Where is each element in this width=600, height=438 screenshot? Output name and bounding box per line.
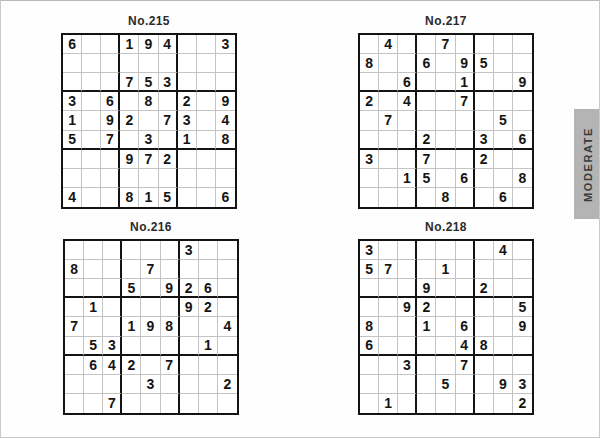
cell-r8c5 [139,169,158,188]
cell-r7c4: 7 [417,150,436,169]
cell-r7c8 [494,150,513,169]
cell-r5c7 [475,111,494,130]
cell-r6c4 [417,337,436,356]
cell-r4c1: 2 [360,92,379,111]
cell-r3c8 [494,73,513,92]
cell-r4c7: 2 [178,92,197,111]
puzzle-title-218: No.218 [358,220,534,234]
cell-r4c7 [475,92,494,111]
cell-r5c4: 1 [122,317,141,336]
cell-r3c2 [82,73,101,92]
cell-r7c3: 4 [103,356,122,375]
cell-r4c6 [159,92,178,111]
cell-r6c4: 2 [417,131,436,150]
cell-r3c5 [436,73,455,92]
cell-r6c4 [120,131,139,150]
cell-r3c8 [197,73,216,92]
cell-r4c2 [82,92,101,111]
cell-r8c2 [84,375,103,394]
cell-r1c1 [65,241,84,260]
cell-r9c4 [122,394,141,413]
cell-r5c6: 6 [456,317,475,336]
cell-r6c5 [141,337,160,356]
cell-r2c1: 5 [360,260,379,279]
cell-r9c8: 6 [494,188,513,207]
cell-r8c7 [180,375,199,394]
cell-r4c3 [103,298,122,317]
cell-r5c4: 1 [417,317,436,336]
cell-r2c8 [494,54,513,73]
cell-r3c1 [360,73,379,92]
cell-r9c7 [180,394,199,413]
cell-r6c6 [159,131,178,150]
cell-r4c9 [513,92,532,111]
cell-r6c7: 3 [475,131,494,150]
cell-r7c5: 7 [139,150,158,169]
cell-r1c9 [513,35,532,54]
cell-r4c8 [494,298,513,317]
cell-r7c5 [141,356,160,375]
cell-r5c2 [82,111,101,130]
sudoku-grid-217: 47869561924775236372156886 [358,33,534,209]
cell-r6c2: 5 [84,337,103,356]
cell-r7c3 [398,150,417,169]
cell-r6c9 [218,337,237,356]
cell-r9c9 [513,188,532,207]
cell-r7c9 [218,356,237,375]
cell-r9c1 [360,394,379,413]
sudoku-grid-218: 345719292581696483759312 [358,239,534,415]
cell-r5c5 [436,111,455,130]
cell-r9c9: 2 [513,394,532,413]
cell-r5c2 [84,317,103,336]
cell-r3c8 [494,279,513,298]
cell-r9c5: 1 [139,188,158,207]
cell-r1c2: 4 [379,35,398,54]
cell-r4c3: 6 [101,92,120,111]
cell-r2c6: 9 [456,54,475,73]
cell-r7c9 [513,356,532,375]
puzzle-title-217: No.217 [358,14,534,28]
cell-r9c3 [101,188,120,207]
cell-r2c7 [180,260,199,279]
cell-r7c2: 6 [84,356,103,375]
puzzle-title-216: No.216 [63,220,239,234]
cell-r5c9: 9 [513,317,532,336]
cell-r3c8: 6 [199,279,218,298]
cell-r3c6: 3 [159,73,178,92]
cell-r9c5 [436,394,455,413]
cell-r5c1: 1 [63,111,82,130]
cell-r7c7 [180,356,199,375]
cell-r5c6 [456,111,475,130]
cell-r9c9: 6 [216,188,235,207]
cell-r8c9 [216,169,235,188]
cell-r7c2 [82,150,101,169]
cell-r3c2 [84,279,103,298]
cell-r6c1 [65,337,84,356]
cell-r5c2: 7 [379,111,398,130]
cell-r9c1 [360,188,379,207]
cell-r8c8 [197,169,216,188]
cell-r1c6 [456,35,475,54]
cell-r2c8 [197,54,216,73]
cell-r7c9 [513,150,532,169]
cell-r7c4 [417,356,436,375]
cell-r4c9: 5 [513,298,532,317]
cell-r8c4 [122,375,141,394]
cell-r1c9: 3 [216,35,235,54]
cell-r9c4: 8 [120,188,139,207]
cell-r7c1 [65,356,84,375]
cell-r8c4 [120,169,139,188]
cell-r9c1 [65,394,84,413]
cell-r5c5 [436,317,455,336]
cell-r8c5: 3 [141,375,160,394]
cell-r2c6 [159,54,178,73]
cell-r7c5 [436,150,455,169]
cell-r8c8: 9 [494,375,513,394]
cell-r5c8 [197,111,216,130]
cell-r8c4 [417,375,436,394]
cell-r7c8 [197,150,216,169]
cell-r4c9 [218,298,237,317]
cell-r8c6 [159,169,178,188]
sudoku-page: No.215 61943753368291927345731897248156 … [0,0,600,438]
cell-r7c9 [216,150,235,169]
cell-r8c2 [379,169,398,188]
cell-r3c9 [513,279,532,298]
cell-r8c7 [475,375,494,394]
cell-r1c4 [122,241,141,260]
cell-r7c8 [494,356,513,375]
cell-r2c1 [63,54,82,73]
cell-r1c5: 9 [139,35,158,54]
cell-r4c5 [436,298,455,317]
cell-r2c8 [494,260,513,279]
cell-r1c3 [398,241,417,260]
cell-r8c5: 5 [436,375,455,394]
cell-r2c9 [218,260,237,279]
cell-r1c7 [178,35,197,54]
cell-r8c2 [379,375,398,394]
cell-r7c4: 9 [120,150,139,169]
cell-r3c5 [141,279,160,298]
cell-r1c9 [513,241,532,260]
cell-r2c3 [398,54,417,73]
cell-r3c1 [63,73,82,92]
cell-r5c3 [398,317,417,336]
cell-r1c6 [161,241,180,260]
cell-r7c5 [436,356,455,375]
cell-r1c4: 1 [120,35,139,54]
cell-r2c8 [199,260,218,279]
cell-r2c9 [513,54,532,73]
cell-r4c6 [456,298,475,317]
cell-r9c2 [82,188,101,207]
cell-r8c8 [199,375,218,394]
cell-r4c8: 2 [199,298,218,317]
cell-r8c3 [103,375,122,394]
cell-r2c5 [139,54,158,73]
difficulty-tab: MODERATE [574,109,600,219]
cell-r3c2 [379,73,398,92]
cell-r6c6: 4 [456,337,475,356]
cell-r6c7 [180,337,199,356]
cell-r3c1 [360,279,379,298]
cell-r4c8 [494,92,513,111]
cell-r3c6: 1 [456,73,475,92]
cell-r6c7: 8 [475,337,494,356]
cell-r6c1 [360,131,379,150]
cell-r5c9 [513,111,532,130]
puzzle-block-216: No.216 3875926192719845316427327 [63,220,239,415]
cell-r4c6 [161,298,180,317]
cell-r2c6 [456,260,475,279]
cell-r7c2 [379,356,398,375]
cell-r4c4: 2 [417,298,436,317]
cell-r4c1: 3 [63,92,82,111]
cell-r5c8 [494,317,513,336]
cell-r6c3: 7 [101,131,120,150]
cell-r3c4 [417,73,436,92]
cell-r8c4: 5 [417,169,436,188]
cell-r5c5: 9 [141,317,160,336]
cell-r8c5 [436,169,455,188]
cell-r4c2 [379,298,398,317]
cell-r7c3: 3 [398,356,417,375]
cell-r1c4 [417,35,436,54]
cell-r2c1: 8 [65,260,84,279]
cell-r9c8 [197,188,216,207]
cell-r6c3 [398,131,417,150]
cell-r1c6 [456,241,475,260]
cell-r7c7 [178,150,197,169]
cell-r6c4 [122,337,141,356]
cell-r8c3: 1 [398,169,417,188]
cell-r6c2 [82,131,101,150]
cell-r2c1: 8 [360,54,379,73]
cell-r3c9: 9 [513,73,532,92]
puzzle-block-217: No.217 47869561924775236372156886 [358,14,534,209]
cell-r1c1: 6 [63,35,82,54]
cell-r8c1 [360,169,379,188]
cell-r4c3: 4 [398,92,417,111]
cell-r2c5: 1 [436,260,455,279]
cell-r1c8 [199,241,218,260]
cell-r4c2 [379,92,398,111]
cell-r5c2 [379,317,398,336]
cell-r4c7 [475,298,494,317]
cell-r1c8 [494,35,513,54]
cell-r5c6: 8 [161,317,180,336]
cell-r9c7 [475,188,494,207]
cell-r5c8: 5 [494,111,513,130]
cell-r5c7: 3 [178,111,197,130]
cell-r1c2 [82,35,101,54]
cell-r3c2 [379,279,398,298]
cell-r6c8: 1 [199,337,218,356]
cell-r8c1 [63,169,82,188]
cell-r9c6 [456,188,475,207]
cell-r8c6 [456,375,475,394]
cell-r6c1: 5 [63,131,82,150]
cell-r6c5 [436,131,455,150]
cell-r3c7: 2 [180,279,199,298]
cell-r2c3 [103,260,122,279]
cell-r7c4: 2 [122,356,141,375]
cell-r7c1: 3 [360,150,379,169]
cell-r1c5: 7 [436,35,455,54]
cell-r2c5 [436,54,455,73]
cell-r1c7: 3 [180,241,199,260]
cell-r5c7 [180,317,199,336]
cell-r9c6: 5 [159,188,178,207]
cell-r8c9: 8 [513,169,532,188]
cell-r1c7 [475,35,494,54]
cell-r7c6 [456,150,475,169]
cell-r1c8: 4 [494,241,513,260]
cell-r9c3 [398,188,417,207]
cell-r9c7 [475,394,494,413]
cell-r2c7 [178,54,197,73]
cell-r5c7 [475,317,494,336]
cell-r5c5 [139,111,158,130]
cell-r6c8 [197,131,216,150]
cell-r9c4 [417,188,436,207]
cell-r6c9: 6 [513,131,532,150]
cell-r9c1: 4 [63,188,82,207]
cell-r7c7: 2 [475,150,494,169]
cell-r4c5: 8 [139,92,158,111]
cell-r2c7: 5 [475,54,494,73]
cell-r5c4: 2 [120,111,139,130]
cell-r3c5: 5 [139,73,158,92]
cell-r8c9: 3 [513,375,532,394]
cell-r5c8 [199,317,218,336]
cell-r3c3 [398,279,417,298]
cell-r3c3: 6 [398,73,417,92]
cell-r7c6: 2 [159,150,178,169]
cell-r2c6 [161,260,180,279]
cell-r2c3 [398,260,417,279]
cell-r6c2 [379,131,398,150]
cell-r4c1 [65,298,84,317]
cell-r4c5 [436,92,455,111]
cell-r9c5: 8 [436,188,455,207]
cell-r3c6 [456,279,475,298]
sudoku-grid-215: 61943753368291927345731897248156 [61,33,237,209]
cell-r5c3 [103,317,122,336]
cell-r1c1 [360,35,379,54]
cell-r2c4 [417,260,436,279]
cell-r3c4: 9 [417,279,436,298]
cell-r6c9: 8 [216,131,235,150]
cell-r5c3 [398,111,417,130]
cell-r6c5 [436,337,455,356]
cell-r9c2 [379,188,398,207]
cell-r7c8 [199,356,218,375]
cell-r4c2: 1 [84,298,103,317]
cell-r9c5 [141,394,160,413]
cell-r2c2: 7 [379,260,398,279]
cell-r6c8 [494,131,513,150]
cell-r6c1: 6 [360,337,379,356]
cell-r9c2 [84,394,103,413]
cell-r1c9 [218,241,237,260]
cell-r8c9: 2 [218,375,237,394]
cell-r2c5: 7 [141,260,160,279]
cell-r6c9 [513,337,532,356]
cell-r3c4: 7 [120,73,139,92]
cell-r4c7: 9 [180,298,199,317]
cell-r6c5: 3 [139,131,158,150]
cell-r3c7 [475,73,494,92]
puzzle-title-215: No.215 [61,14,237,28]
cell-r6c3: 3 [103,337,122,356]
cell-r7c1 [63,150,82,169]
cell-r8c8 [494,169,513,188]
cell-r9c7 [178,188,197,207]
cell-r3c3 [101,73,120,92]
cell-r1c5 [141,241,160,260]
puzzle-block-215: No.215 61943753368291927345731897248156 [61,14,237,209]
cell-r1c6: 4 [159,35,178,54]
cell-r1c5 [436,241,455,260]
cell-r4c1 [360,298,379,317]
cell-r2c4 [120,54,139,73]
cell-r5c1 [360,111,379,130]
cell-r3c6: 9 [161,279,180,298]
cell-r4c3: 9 [398,298,417,317]
cell-r6c2 [379,337,398,356]
cell-r2c7 [475,260,494,279]
cell-r5c9: 4 [216,111,235,130]
cell-r4c4 [120,92,139,111]
cell-r9c4 [417,394,436,413]
cell-r7c6: 7 [161,356,180,375]
cell-r9c6 [161,394,180,413]
cell-r6c3 [398,337,417,356]
cell-r3c4: 5 [122,279,141,298]
sudoku-grid-216: 3875926192719845316427327 [63,239,239,415]
cell-r9c9 [218,394,237,413]
cell-r3c7: 2 [475,279,494,298]
cell-r3c5 [436,279,455,298]
cell-r2c3 [101,54,120,73]
cell-r7c3 [101,150,120,169]
cell-r2c4 [122,260,141,279]
cell-r4c4 [122,298,141,317]
cell-r9c8 [199,394,218,413]
cell-r3c9 [216,73,235,92]
cell-r5c3: 9 [101,111,120,130]
cell-r2c9 [216,54,235,73]
cell-r7c7 [475,356,494,375]
cell-r5c1: 8 [360,317,379,336]
cell-r8c6: 6 [456,169,475,188]
cell-r2c4: 6 [417,54,436,73]
cell-r3c9 [218,279,237,298]
cell-r2c2 [82,54,101,73]
cell-r4c4 [417,92,436,111]
cell-r8c6 [161,375,180,394]
cell-r1c3 [398,35,417,54]
cell-r6c7: 1 [178,131,197,150]
cell-r5c6: 7 [159,111,178,130]
difficulty-label: MODERATE [582,127,594,202]
cell-r8c7 [475,169,494,188]
